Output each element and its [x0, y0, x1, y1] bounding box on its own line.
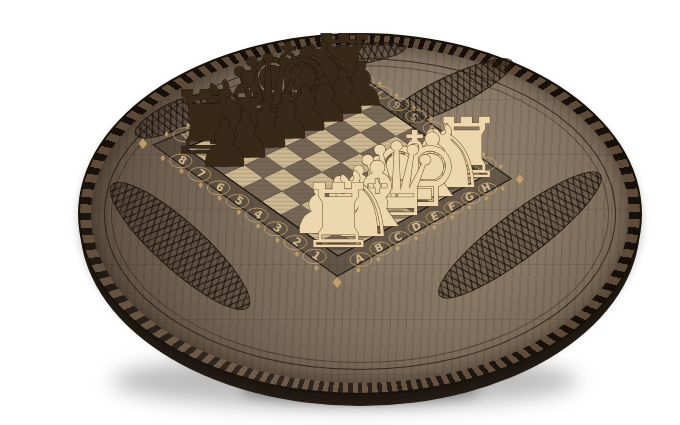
chessboard: ♦♦♦♦♦♦♦♦♦♦♦♦♦♦♦♦♦♦♦♦♦♦♦♦♦♦♦♦♦♦♦♦♦♦♦♦♦♦♦♦…: [0, 0, 680, 425]
band-leaf-ornament: ♦: [393, 91, 399, 100]
band-leaf-ornament: ♦: [254, 222, 261, 231]
band-leaf-ornament: ♦: [274, 236, 281, 245]
piece-black-pawn[interactable]: ♟: [196, 106, 254, 181]
band-leaf-ornament: ♦: [197, 181, 204, 190]
band-leaf-ornament: ♦: [235, 208, 242, 217]
band-corner-motif: ♦: [136, 135, 149, 153]
chess-scene: ♦♦♦♦♦♦♦♦♦♦♦♦♦♦♦♦♦♦♦♦♦♦♦♦♦♦♦♦♦♦♦♦♦♦♦♦♦♦♦♦…: [0, 0, 680, 425]
band-leaf-ornament: ♦: [216, 194, 223, 203]
piece-white-rook[interactable]: ♜: [299, 165, 378, 268]
band-leaf-ornament: ♦: [355, 266, 362, 275]
band-corner-motif: ♦: [514, 172, 526, 187]
band-leaf-ornament: ♦: [159, 154, 166, 163]
band-corner-motif: ♦: [330, 274, 344, 292]
